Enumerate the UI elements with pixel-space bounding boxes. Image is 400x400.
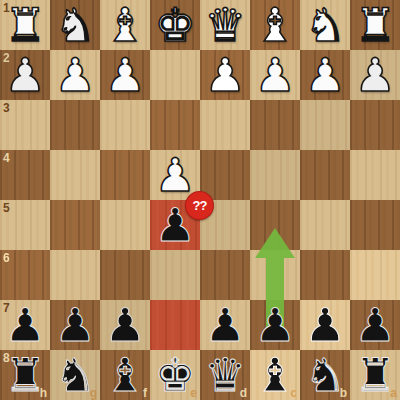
board-square-f1[interactable]: ♝ bbox=[100, 0, 150, 50]
board-square-e1[interactable]: ♚ bbox=[150, 0, 200, 50]
board-square-c3[interactable] bbox=[250, 100, 300, 150]
board-square-g4[interactable] bbox=[50, 150, 100, 200]
piece-black-pawn-h7[interactable]: ♟ bbox=[0, 300, 50, 350]
rank-label-4: 4 bbox=[3, 151, 10, 165]
board-square-a3[interactable] bbox=[350, 100, 400, 150]
board-square-c1[interactable]: ♝ bbox=[250, 0, 300, 50]
board-square-h6[interactable]: 6 bbox=[0, 250, 50, 300]
piece-black-pawn-b7[interactable]: ♟ bbox=[300, 300, 350, 350]
board-square-a4[interactable] bbox=[350, 150, 400, 200]
rank-label-5: 5 bbox=[3, 201, 10, 215]
board-square-g8[interactable]: g♞ bbox=[50, 350, 100, 400]
piece-white-pawn-c2[interactable]: ♟ bbox=[250, 50, 300, 100]
board-square-h8[interactable]: 8h♜ bbox=[0, 350, 50, 400]
piece-black-queen-d8[interactable]: ♛ bbox=[200, 350, 250, 400]
piece-white-knight-b1[interactable]: ♞ bbox=[300, 0, 350, 50]
board-square-d2[interactable]: ♟ bbox=[200, 50, 250, 100]
board-square-a8[interactable]: a♜ bbox=[350, 350, 400, 400]
board-square-a2[interactable]: ♟ bbox=[350, 50, 400, 100]
piece-white-king-e1[interactable]: ♚ bbox=[150, 0, 200, 50]
board-square-b4[interactable] bbox=[300, 150, 350, 200]
piece-white-bishop-c1[interactable]: ♝ bbox=[250, 0, 300, 50]
board-square-c8[interactable]: c♝ bbox=[250, 350, 300, 400]
board-square-d6[interactable] bbox=[200, 250, 250, 300]
piece-white-pawn-a2[interactable]: ♟ bbox=[350, 50, 400, 100]
board-square-f4[interactable] bbox=[100, 150, 150, 200]
board-square-e3[interactable] bbox=[150, 100, 200, 150]
piece-black-bishop-f8[interactable]: ♝ bbox=[100, 350, 150, 400]
board-square-c5[interactable] bbox=[250, 200, 300, 250]
board-square-g1[interactable]: ♞ bbox=[50, 0, 100, 50]
board-square-c4[interactable] bbox=[250, 150, 300, 200]
board-square-h1[interactable]: 1♜ bbox=[0, 0, 50, 50]
board-square-g5[interactable] bbox=[50, 200, 100, 250]
board-square-c7[interactable]: ♟ bbox=[250, 300, 300, 350]
board-square-b5[interactable] bbox=[300, 200, 350, 250]
piece-white-rook-a1[interactable]: ♜ bbox=[350, 0, 400, 50]
piece-black-pawn-d7[interactable]: ♟ bbox=[200, 300, 250, 350]
board-square-d8[interactable]: d♛ bbox=[200, 350, 250, 400]
piece-black-bishop-c8[interactable]: ♝ bbox=[250, 350, 300, 400]
piece-black-rook-a8[interactable]: ♜ bbox=[350, 350, 400, 400]
board-square-b6[interactable] bbox=[300, 250, 350, 300]
piece-white-pawn-g2[interactable]: ♟ bbox=[50, 50, 100, 100]
board-square-c6[interactable] bbox=[250, 250, 300, 300]
piece-white-pawn-h2[interactable]: ♟ bbox=[0, 50, 50, 100]
piece-white-bishop-f1[interactable]: ♝ bbox=[100, 0, 150, 50]
chess-board-container: 1♜♞♝♚♛♝♞♜2♟♟♟♟♟♟♟34♟5♟67♟♟♟♟♟♟♟8h♜g♞f♝e♚… bbox=[0, 0, 400, 400]
board-square-h4[interactable]: 4 bbox=[0, 150, 50, 200]
piece-black-pawn-g7[interactable]: ♟ bbox=[50, 300, 100, 350]
board-square-g6[interactable] bbox=[50, 250, 100, 300]
piece-white-pawn-b2[interactable]: ♟ bbox=[300, 50, 350, 100]
board-square-e7[interactable] bbox=[150, 300, 200, 350]
board-square-d1[interactable]: ♛ bbox=[200, 0, 250, 50]
board-square-e2[interactable] bbox=[150, 50, 200, 100]
piece-white-queen-d1[interactable]: ♛ bbox=[200, 0, 250, 50]
board-square-h3[interactable]: 3 bbox=[0, 100, 50, 150]
board-square-a5[interactable] bbox=[350, 200, 400, 250]
piece-black-knight-g8[interactable]: ♞ bbox=[50, 350, 100, 400]
blunder-badge-text: ?? bbox=[193, 198, 207, 213]
board-square-b7[interactable]: ♟ bbox=[300, 300, 350, 350]
piece-black-pawn-a7[interactable]: ♟ bbox=[350, 300, 400, 350]
board-square-b1[interactable]: ♞ bbox=[300, 0, 350, 50]
piece-white-pawn-d2[interactable]: ♟ bbox=[200, 50, 250, 100]
piece-black-knight-b8[interactable]: ♞ bbox=[300, 350, 350, 400]
board-square-f3[interactable] bbox=[100, 100, 150, 150]
board-square-a1[interactable]: ♜ bbox=[350, 0, 400, 50]
board-square-e6[interactable] bbox=[150, 250, 200, 300]
board-square-h2[interactable]: 2♟ bbox=[0, 50, 50, 100]
board-square-f8[interactable]: f♝ bbox=[100, 350, 150, 400]
board-square-a7[interactable]: ♟ bbox=[350, 300, 400, 350]
board-square-f5[interactable] bbox=[100, 200, 150, 250]
piece-white-pawn-f2[interactable]: ♟ bbox=[100, 50, 150, 100]
rank-label-6: 6 bbox=[3, 251, 10, 265]
board-square-h5[interactable]: 5 bbox=[0, 200, 50, 250]
piece-white-rook-h1[interactable]: ♜ bbox=[0, 0, 50, 50]
piece-black-rook-h8[interactable]: ♜ bbox=[0, 350, 50, 400]
board-square-b8[interactable]: b♞ bbox=[300, 350, 350, 400]
board-square-g3[interactable] bbox=[50, 100, 100, 150]
board-square-f6[interactable] bbox=[100, 250, 150, 300]
piece-white-knight-g1[interactable]: ♞ bbox=[50, 0, 100, 50]
board-square-g7[interactable]: ♟ bbox=[50, 300, 100, 350]
board-square-h7[interactable]: 7♟ bbox=[0, 300, 50, 350]
piece-black-king-e8[interactable]: ♚ bbox=[150, 350, 200, 400]
board-square-b2[interactable]: ♟ bbox=[300, 50, 350, 100]
piece-black-pawn-c7[interactable]: ♟ bbox=[250, 300, 300, 350]
board-square-f2[interactable]: ♟ bbox=[100, 50, 150, 100]
board-square-a6[interactable] bbox=[350, 250, 400, 300]
rank-label-3: 3 bbox=[3, 101, 10, 115]
piece-black-pawn-f7[interactable]: ♟ bbox=[100, 300, 150, 350]
board-square-b3[interactable] bbox=[300, 100, 350, 150]
board-square-g2[interactable]: ♟ bbox=[50, 50, 100, 100]
board-square-d7[interactable]: ♟ bbox=[200, 300, 250, 350]
blunder-badge: ?? bbox=[185, 191, 214, 220]
board-square-d3[interactable] bbox=[200, 100, 250, 150]
board-square-f7[interactable]: ♟ bbox=[100, 300, 150, 350]
board-square-e8[interactable]: e♚ bbox=[150, 350, 200, 400]
board-square-c2[interactable]: ♟ bbox=[250, 50, 300, 100]
